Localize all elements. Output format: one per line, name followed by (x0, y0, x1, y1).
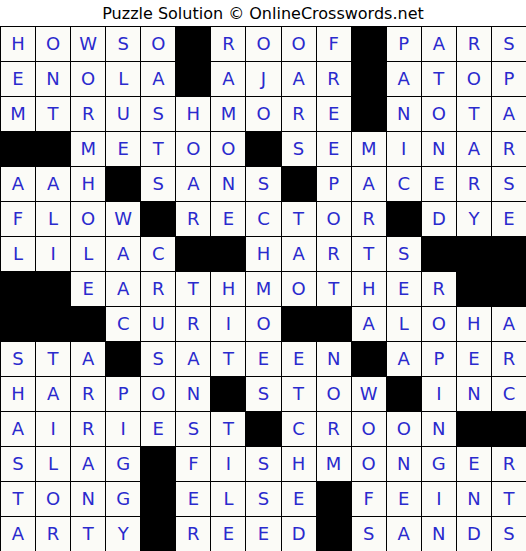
letter-cell-r2c3: O (71, 62, 105, 96)
letter-cell-r4c15: R (492, 132, 526, 166)
letter-cell-r13c7: I (211, 447, 245, 481)
block-cell-r6c5 (141, 202, 175, 236)
puzzle-solution-page: Puzzle Solution © OnlineCrosswords.net H… (0, 0, 526, 551)
letter-cell-r1c5: O (141, 27, 175, 61)
letter-cell-r6c2: L (36, 202, 70, 236)
letter-cell-r3c2: T (36, 97, 70, 131)
block-cell-r5c9 (282, 167, 316, 201)
letter-cell-r10c15: R (492, 342, 526, 376)
block-cell-r4c2 (36, 132, 70, 166)
letter-cell-r13c15: R (492, 447, 526, 481)
letter-cell-r9c4: C (106, 307, 140, 341)
letter-cell-r6c9: T (282, 202, 316, 236)
letter-cell-r14c12: E (387, 482, 421, 516)
letter-cell-r8c8: M (246, 272, 280, 306)
letter-cell-r13c2: L (36, 447, 70, 481)
letter-cell-r1c4: S (106, 27, 140, 61)
letter-cell-r2c12: A (387, 62, 421, 96)
letter-cell-r5c10: P (317, 167, 351, 201)
letter-cell-r8c5: R (141, 272, 175, 306)
letter-cell-r5c6: A (176, 167, 210, 201)
letter-cell-r11c13: I (422, 377, 456, 411)
letter-cell-r8c7: H (211, 272, 245, 306)
letter-cell-r4c11: M (352, 132, 386, 166)
letter-cell-r10c2: T (36, 342, 70, 376)
letter-cell-r1c7: R (211, 27, 245, 61)
block-cell-r7c13 (422, 237, 456, 271)
letter-cell-r13c8: S (246, 447, 280, 481)
letter-cell-r12c1: A (1, 412, 35, 446)
block-cell-r5c4 (106, 167, 140, 201)
letter-cell-r8c4: A (106, 272, 140, 306)
letter-cell-r1c3: W (71, 27, 105, 61)
letter-cell-r4c10: E (317, 132, 351, 166)
letter-cell-r12c10: R (317, 412, 351, 446)
letter-cell-r3c3: R (71, 97, 105, 131)
letter-cell-r15c13: N (422, 517, 456, 551)
block-cell-r7c7 (211, 237, 245, 271)
letter-cell-r5c1: A (1, 167, 35, 201)
title-bar: Puzzle Solution © OnlineCrosswords.net (0, 0, 526, 26)
letter-cell-r10c14: E (457, 342, 491, 376)
letter-cell-r2c9: A (282, 62, 316, 96)
block-cell-r12c15 (492, 412, 526, 446)
letter-cell-r5c7: N (211, 167, 245, 201)
letter-cell-r6c13: D (422, 202, 456, 236)
letter-cell-r3c5: S (141, 97, 175, 131)
letter-cell-r12c13: N (422, 412, 456, 446)
letter-cell-r6c7: E (211, 202, 245, 236)
letter-cell-r4c7: O (211, 132, 245, 166)
letter-cell-r15c3: T (71, 517, 105, 551)
letter-cell-r3c4: U (106, 97, 140, 131)
letter-cell-r2c1: E (1, 62, 35, 96)
letter-cell-r15c9: D (282, 517, 316, 551)
block-cell-r9c10 (317, 307, 351, 341)
letter-cell-r2c7: A (211, 62, 245, 96)
letter-cell-r15c15: S (492, 517, 526, 551)
letter-cell-r12c6: S (176, 412, 210, 446)
letter-cell-r1c14: R (457, 27, 491, 61)
letter-cell-r4c5: T (141, 132, 175, 166)
letter-cell-r3c6: H (176, 97, 210, 131)
letter-cell-r5c14: R (457, 167, 491, 201)
block-cell-r3c11 (352, 97, 386, 131)
page-title: Puzzle Solution © OnlineCrosswords.net (102, 4, 424, 23)
block-cell-r2c6 (176, 62, 210, 96)
letter-cell-r2c4: L (106, 62, 140, 96)
letter-cell-r10c5: S (141, 342, 175, 376)
letter-cell-r12c7: T (211, 412, 245, 446)
letter-cell-r7c8: H (246, 237, 280, 271)
letter-cell-r5c5: S (141, 167, 175, 201)
letter-cell-r1c8: O (246, 27, 280, 61)
letter-cell-r13c10: M (317, 447, 351, 481)
letter-cell-r3c14: T (457, 97, 491, 131)
letter-cell-r12c12: O (387, 412, 421, 446)
letter-cell-r9c12: L (387, 307, 421, 341)
block-cell-r7c15 (492, 237, 526, 271)
letter-cell-r8c9: O (282, 272, 316, 306)
letter-cell-r11c5: O (141, 377, 175, 411)
letter-cell-r14c6: E (176, 482, 210, 516)
letter-cell-r11c10: O (317, 377, 351, 411)
letter-cell-r12c2: I (36, 412, 70, 446)
letter-cell-r5c15: S (492, 167, 526, 201)
letter-cell-r1c12: P (387, 27, 421, 61)
letter-cell-r10c1: S (1, 342, 35, 376)
letter-cell-r9c14: H (457, 307, 491, 341)
letter-cell-r11c6: N (176, 377, 210, 411)
letter-cell-r15c8: E (246, 517, 280, 551)
block-cell-r9c3 (71, 307, 105, 341)
letter-cell-r3c8: O (246, 97, 280, 131)
letter-cell-r13c11: O (352, 447, 386, 481)
letter-cell-r3c13: O (422, 97, 456, 131)
letter-cell-r11c9: T (282, 377, 316, 411)
block-cell-r14c10 (317, 482, 351, 516)
letter-cell-r11c1: H (1, 377, 35, 411)
letter-cell-r13c6: F (176, 447, 210, 481)
block-cell-r7c14 (457, 237, 491, 271)
letter-cell-r6c10: O (317, 202, 351, 236)
block-cell-r9c1 (1, 307, 35, 341)
letter-cell-r1c13: A (422, 27, 456, 61)
letter-cell-r10c7: T (211, 342, 245, 376)
letter-cell-r1c1: H (1, 27, 35, 61)
letter-cell-r8c13: R (422, 272, 456, 306)
letter-cell-r9c11: A (352, 307, 386, 341)
block-cell-r10c4 (106, 342, 140, 376)
letter-cell-r2c8: J (246, 62, 280, 96)
letter-cell-r13c12: N (387, 447, 421, 481)
letter-cell-r3c9: R (282, 97, 316, 131)
block-cell-r10c11 (352, 342, 386, 376)
letter-cell-r2c14: O (457, 62, 491, 96)
letter-cell-r13c9: H (282, 447, 316, 481)
letter-cell-r3c7: M (211, 97, 245, 131)
letter-cell-r4c13: N (422, 132, 456, 166)
letter-cell-r14c11: F (352, 482, 386, 516)
letter-cell-r10c9: E (282, 342, 316, 376)
letter-cell-r15c14: D (457, 517, 491, 551)
letter-cell-r6c14: Y (457, 202, 491, 236)
letter-cell-r7c2: I (36, 237, 70, 271)
letter-cell-r2c10: R (317, 62, 351, 96)
letter-cell-r5c8: S (246, 167, 280, 201)
letter-cell-r3c10: E (317, 97, 351, 131)
letter-cell-r14c13: I (422, 482, 456, 516)
letter-cell-r4c3: M (71, 132, 105, 166)
letter-cell-r14c9: E (282, 482, 316, 516)
letter-cell-r5c13: E (422, 167, 456, 201)
letter-cell-r7c10: R (317, 237, 351, 271)
letter-cell-r11c11: W (352, 377, 386, 411)
letter-cell-r12c3: R (71, 412, 105, 446)
letter-cell-r10c3: A (71, 342, 105, 376)
letter-cell-r9c15: A (492, 307, 526, 341)
block-cell-r7c6 (176, 237, 210, 271)
letter-cell-r6c15: E (492, 202, 526, 236)
letter-cell-r14c15: T (492, 482, 526, 516)
letter-cell-r4c9: S (282, 132, 316, 166)
letter-cell-r9c6: R (176, 307, 210, 341)
block-cell-r11c7 (211, 377, 245, 411)
block-cell-r12c14 (457, 412, 491, 446)
letter-cell-r10c10: N (317, 342, 351, 376)
block-cell-r6c12 (387, 202, 421, 236)
letter-cell-r6c8: C (246, 202, 280, 236)
letter-cell-r6c4: W (106, 202, 140, 236)
letter-cell-r6c11: R (352, 202, 386, 236)
block-cell-r15c5 (141, 517, 175, 551)
letter-cell-r7c5: C (141, 237, 175, 271)
letter-cell-r11c2: A (36, 377, 70, 411)
letter-cell-r12c5: E (141, 412, 175, 446)
letter-cell-r2c5: A (141, 62, 175, 96)
letter-cell-r14c2: O (36, 482, 70, 516)
letter-cell-r15c2: R (36, 517, 70, 551)
letter-cell-r7c9: A (282, 237, 316, 271)
letter-cell-r1c9: O (282, 27, 316, 61)
letter-cell-r6c3: O (71, 202, 105, 236)
letter-cell-r6c6: R (176, 202, 210, 236)
block-cell-r9c2 (36, 307, 70, 341)
letter-cell-r8c3: E (71, 272, 105, 306)
block-cell-r4c1 (1, 132, 35, 166)
letter-cell-r9c13: O (422, 307, 456, 341)
block-cell-r14c5 (141, 482, 175, 516)
letter-cell-r15c12: A (387, 517, 421, 551)
letter-cell-r12c11: O (352, 412, 386, 446)
letter-cell-r1c15: S (492, 27, 526, 61)
letter-cell-r3c12: N (387, 97, 421, 131)
letter-cell-r9c7: I (211, 307, 245, 341)
block-cell-r12c8 (246, 412, 280, 446)
letter-cell-r8c6: T (176, 272, 210, 306)
letter-cell-r1c2: O (36, 27, 70, 61)
letter-cell-r7c3: L (71, 237, 105, 271)
letter-cell-r2c15: P (492, 62, 526, 96)
letter-cell-r7c1: L (1, 237, 35, 271)
letter-cell-r13c1: S (1, 447, 35, 481)
letter-cell-r4c12: I (387, 132, 421, 166)
letter-cell-r11c14: N (457, 377, 491, 411)
letter-cell-r10c6: A (176, 342, 210, 376)
block-cell-r8c2 (36, 272, 70, 306)
letter-cell-r3c1: M (1, 97, 35, 131)
letter-cell-r10c8: E (246, 342, 280, 376)
letter-cell-r14c1: T (1, 482, 35, 516)
letter-cell-r14c3: N (71, 482, 105, 516)
letter-cell-r15c11: S (352, 517, 386, 551)
letter-cell-r4c14: A (457, 132, 491, 166)
letter-cell-r13c14: E (457, 447, 491, 481)
letter-cell-r12c9: C (282, 412, 316, 446)
block-cell-r1c11 (352, 27, 386, 61)
letter-cell-r15c6: R (176, 517, 210, 551)
letter-cell-r14c14: N (457, 482, 491, 516)
letter-cell-r10c12: A (387, 342, 421, 376)
letter-cell-r9c5: U (141, 307, 175, 341)
letter-cell-r4c6: O (176, 132, 210, 166)
letter-cell-r11c3: R (71, 377, 105, 411)
block-cell-r8c14 (457, 272, 491, 306)
letter-cell-r10c13: P (422, 342, 456, 376)
letter-cell-r5c3: H (71, 167, 105, 201)
letter-cell-r8c10: T (317, 272, 351, 306)
letter-cell-r15c7: E (211, 517, 245, 551)
crossword-grid: HOWSOROOFPARSENOLAAJARATOPMTRUSHMORENOTA… (0, 26, 526, 551)
letter-cell-r5c11: A (352, 167, 386, 201)
letter-cell-r15c4: Y (106, 517, 140, 551)
block-cell-r15c10 (317, 517, 351, 551)
letter-cell-r7c11: T (352, 237, 386, 271)
block-cell-r13c5 (141, 447, 175, 481)
letter-cell-r7c4: A (106, 237, 140, 271)
block-cell-r9c9 (282, 307, 316, 341)
letter-cell-r2c13: T (422, 62, 456, 96)
letter-cell-r14c8: S (246, 482, 280, 516)
letter-cell-r13c4: G (106, 447, 140, 481)
block-cell-r8c15 (492, 272, 526, 306)
block-cell-r11c12 (387, 377, 421, 411)
letter-cell-r8c12: E (387, 272, 421, 306)
letter-cell-r1c10: F (317, 27, 351, 61)
letter-cell-r3c15: A (492, 97, 526, 131)
letter-cell-r8c11: H (352, 272, 386, 306)
letter-cell-r11c4: P (106, 377, 140, 411)
letter-cell-r13c13: G (422, 447, 456, 481)
letter-cell-r4c4: E (106, 132, 140, 166)
letter-cell-r11c8: S (246, 377, 280, 411)
block-cell-r1c6 (176, 27, 210, 61)
letter-cell-r15c1: A (1, 517, 35, 551)
block-cell-r4c8 (246, 132, 280, 166)
letter-cell-r11c15: C (492, 377, 526, 411)
letter-cell-r6c1: F (1, 202, 35, 236)
letter-cell-r5c12: C (387, 167, 421, 201)
letter-cell-r13c3: A (71, 447, 105, 481)
letter-cell-r14c7: L (211, 482, 245, 516)
block-cell-r2c11 (352, 62, 386, 96)
letter-cell-r9c8: O (246, 307, 280, 341)
letter-cell-r14c4: G (106, 482, 140, 516)
letter-cell-r7c12: S (387, 237, 421, 271)
letter-cell-r5c2: A (36, 167, 70, 201)
letter-cell-r12c4: I (106, 412, 140, 446)
block-cell-r8c1 (1, 272, 35, 306)
letter-cell-r2c2: N (36, 62, 70, 96)
